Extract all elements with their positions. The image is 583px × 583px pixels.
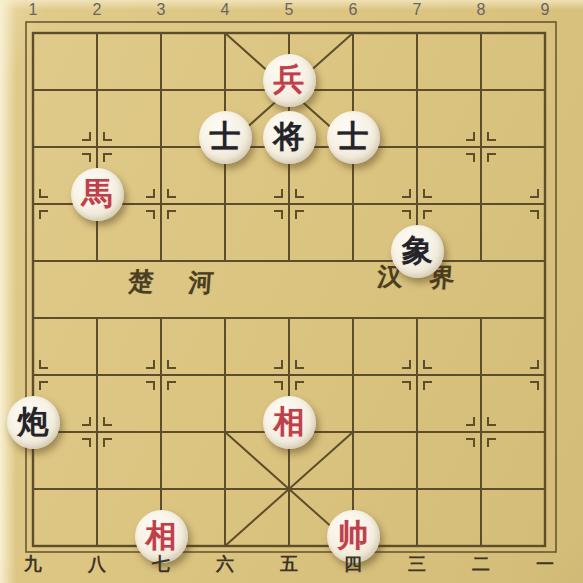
file-label-bottom-6: 四: [321, 552, 385, 576]
piece-black-advisor-4-3[interactable]: 士: [199, 111, 252, 164]
black-advisor-glyph: 士: [338, 121, 369, 152]
piece-grid: 兵士将士馬象炮相相帅: [1, 4, 577, 574]
piece-red-elephant-5-8[interactable]: 相: [263, 396, 316, 449]
file-label-bottom-7: 三: [385, 552, 449, 576]
file-numbers-bottom: 九八七六五四三二一: [1, 552, 577, 576]
piece-black-general-5-3[interactable]: 将: [263, 111, 316, 164]
piece-black-elephant-7-5[interactable]: 象: [391, 225, 444, 278]
black-elephant-glyph: 象: [402, 235, 433, 266]
xiangqi-board-photo: 123456789 楚河汉界 兵士将士馬象炮相相帅 九八七六五四三二一: [0, 0, 583, 583]
black-advisor-glyph: 士: [210, 121, 241, 152]
black-general-glyph: 将: [274, 121, 305, 152]
black-cannon-glyph: 炮: [18, 406, 49, 437]
piece-red-horse-2-4[interactable]: 馬: [71, 168, 124, 221]
piece-red-soldier-5-2[interactable]: 兵: [263, 54, 316, 107]
red-elephant-glyph: 相: [146, 520, 177, 551]
red-soldier-glyph: 兵: [274, 64, 305, 95]
file-label-bottom-9: 一: [513, 552, 577, 576]
file-label-bottom-8: 二: [449, 552, 513, 576]
file-label-bottom-4: 六: [193, 552, 257, 576]
piece-black-cannon-1-8[interactable]: 炮: [7, 396, 60, 449]
file-label-bottom-2: 八: [65, 552, 129, 576]
file-label-bottom-3: 七: [129, 552, 193, 576]
red-horse-glyph: 馬: [82, 178, 113, 209]
red-general-glyph: 帅: [338, 520, 369, 551]
piece-black-advisor-6-3[interactable]: 士: [327, 111, 380, 164]
file-label-bottom-1: 九: [1, 552, 65, 576]
red-elephant-glyph: 相: [274, 406, 305, 437]
file-label-bottom-5: 五: [257, 552, 321, 576]
